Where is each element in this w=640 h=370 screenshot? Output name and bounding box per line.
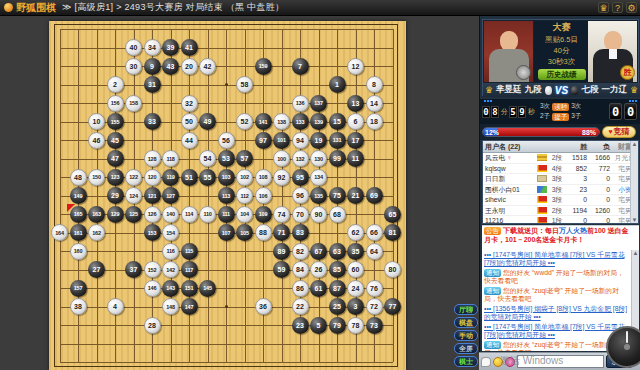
user-losses: 0 (589, 174, 612, 184)
black-stone-43: 43 (162, 58, 179, 75)
black-stone-59: 59 (273, 261, 290, 278)
white-stone-120: 120 (144, 169, 161, 186)
user-wins: 1518 (566, 153, 589, 163)
white-stone-62: 62 (347, 224, 364, 241)
table-header: 用户名 (22) 胜 负 财富 (483, 141, 638, 153)
time-digit: 0 (482, 106, 490, 118)
white-stone-148: 148 (162, 298, 179, 315)
black-stone-15: 15 (329, 113, 346, 130)
table-row[interactable]: sihevic3段00宅男 (483, 195, 638, 206)
byoyomi-right: 3次 (571, 102, 581, 111)
black-stone-89: 89 (273, 243, 290, 260)
white-stone-108: 108 (255, 169, 272, 186)
side-button-棋盘[interactable]: 棋盘 (454, 317, 478, 328)
black-stone-101: 101 (273, 132, 290, 149)
black-stone-161: 161 (70, 224, 87, 241)
white-stone-76: 76 (366, 280, 383, 297)
white-stone-56: 56 (218, 132, 235, 149)
topbar-icon-group: ♛ ? ⚙ (598, 2, 637, 13)
byoyomi-left: 3次 (540, 102, 550, 111)
black-stone-133: 133 (292, 113, 309, 130)
white-stone-icon (545, 86, 552, 95)
white-stone-84: 84 (292, 261, 309, 278)
white-stone-4: 4 (107, 298, 124, 315)
dots-decoration (629, 100, 637, 102)
user-losses: 0 (589, 185, 612, 195)
table-row[interactable]: 日日新3段30宅男 (483, 174, 638, 185)
announcement-text: 下载就送贝：每日 (503, 227, 559, 234)
white-stone-20: 20 (181, 58, 198, 75)
white-stone-114: 114 (181, 206, 198, 223)
black-stone-27: 27 (88, 261, 105, 278)
black-stone-79: 79 (329, 317, 346, 334)
table-row[interactable]: 王永明2段11941260宅男 (483, 206, 638, 217)
black-stone-17: 17 (347, 132, 364, 149)
black-stone-61: 61 (310, 280, 327, 297)
white-stone-90: 90 (310, 206, 327, 223)
black-stone-115: 115 (181, 243, 198, 260)
white-stone-12: 12 (347, 58, 364, 75)
flip-clock: 0 0 (609, 103, 637, 120)
black-stone-113: 113 (218, 187, 235, 204)
black-stone-117: 117 (181, 261, 198, 278)
avatar (609, 49, 617, 59)
black-stone-163: 163 (88, 206, 105, 223)
captures-left: 2子 (540, 112, 550, 121)
heart-icon: ♥ (608, 126, 612, 138)
black-stone-139: 139 (310, 113, 327, 130)
black-stone-77: 77 (384, 298, 401, 315)
white-player-rank: 九段 (525, 84, 542, 96)
black-stone-111: 111 (218, 206, 235, 223)
black-stone-29: 29 (107, 187, 124, 204)
byoyomi-rule: 30秒3次 (548, 56, 576, 67)
time-digit: 9 (518, 106, 526, 118)
white-stone-24: 24 (347, 280, 364, 297)
black-stone-31: 31 (144, 76, 161, 93)
settings-icon[interactable]: ⚙ (626, 2, 637, 13)
player-card: 大赛 黑贴6.5目 40分 30秒3次 历史战绩 胜 ♛ 芈昱廷 九段 VS 七… (482, 19, 639, 96)
chat-bubble-icon[interactable] (481, 357, 491, 367)
left-percent: 12% (485, 128, 499, 137)
captures-right: 3子 (571, 112, 581, 121)
black-stone-119: 119 (162, 169, 179, 186)
white-player-name: 芈昱廷 (496, 84, 522, 96)
announcement: 公告下载就送贝：每日万人火热前100 送白金月卡，101－200名送金卡月卡！ (482, 225, 639, 250)
white-stone-126: 126 (144, 206, 161, 223)
white-stone-102: 102 (236, 169, 253, 186)
white-stone-68: 68 (329, 206, 346, 223)
minutes-label: 分 (501, 107, 508, 117)
crown-icon: ♛ (630, 84, 638, 96)
byoyomi-capture-info: 3次 读秒 3次 2子 提子 3子 (540, 102, 581, 121)
chat-game-link[interactable]: ••• [1747号房间] 简单地幸福 [7段] VS 千层雪花 [7段]的竞猜… (484, 251, 630, 267)
black-player-rank: 七段 (581, 84, 598, 96)
black-stone-35: 35 (347, 243, 364, 260)
table-scrollbar[interactable]: ▲ ▼ (630, 141, 638, 223)
timer-knob[interactable] (606, 326, 640, 368)
black-stone-107: 107 (218, 224, 235, 241)
chat-game-link[interactable]: ••• [1356号房间] 烟袋子 [8段] VS 九齿金肥 [8段]的竞猜对局… (484, 305, 630, 321)
black-stone-141: 141 (255, 113, 272, 130)
flip-digit: 0 (609, 103, 622, 120)
flag-cell (535, 164, 548, 174)
col-flag (535, 141, 548, 152)
white-stone-78: 78 (347, 317, 364, 334)
black-stone-7: 7 (292, 58, 309, 75)
seconds-label: 秒 (528, 107, 535, 117)
black-player-photo: 胜 (588, 21, 637, 82)
side-button-全屏[interactable]: 全屏 (454, 343, 478, 354)
black-stone-123: 123 (107, 169, 124, 186)
user-rank: 3段 (548, 185, 566, 195)
black-stone-147: 147 (181, 298, 198, 315)
white-stone-140: 140 (162, 206, 179, 223)
user-rank: 2段 (548, 153, 566, 163)
black-stone-37: 37 (125, 261, 142, 278)
white-stone-132: 132 (292, 150, 309, 167)
black-stone-69: 69 (366, 187, 383, 204)
breadcrumb: ≫ [高级房1] > 2493号大赛房 对局结束 （黑 中盘胜） (62, 1, 284, 14)
user-name: 围棋小白01 (483, 185, 535, 195)
black-stone-155: 155 (107, 113, 124, 130)
user-wins: 0 (566, 195, 589, 205)
white-stone-48: 48 (70, 169, 87, 186)
table-row[interactable]: 112161段00宅男 (483, 216, 638, 224)
white-stone-110: 110 (199, 206, 216, 223)
black-stone-157: 157 (70, 280, 87, 297)
black-stone-137: 137 (310, 95, 327, 112)
white-stone-66: 66 (366, 224, 383, 241)
app-title: 野狐围棋 (16, 1, 56, 15)
dots-decoration (484, 100, 492, 102)
black-stone-67: 67 (310, 243, 327, 260)
black-stone-47: 47 (107, 150, 124, 167)
black-stone-75: 75 (329, 187, 346, 204)
spectator-table[interactable]: 用户名 (22) 胜 负 财富 风云电♀2段15181666月光族kqlsqw4… (482, 140, 639, 224)
black-stone-11: 11 (347, 150, 364, 167)
white-stone-36: 36 (255, 298, 272, 315)
black-stone-21: 21 (347, 187, 364, 204)
white-stone-34: 34 (144, 39, 161, 56)
white-stone-152: 152 (144, 261, 161, 278)
black-stone-95: 95 (292, 169, 309, 186)
black-stone-125: 125 (125, 206, 142, 223)
user-name: 11216 (483, 216, 535, 224)
notice-badge: 通知 (484, 287, 501, 295)
flag-cell (535, 185, 548, 195)
knob-hub (624, 344, 630, 350)
black-stone-149: 149 (70, 187, 87, 204)
black-stone-99: 99 (329, 150, 346, 167)
flag-icon (537, 175, 547, 182)
white-stone-112: 112 (236, 187, 253, 204)
black-stone-73: 73 (366, 317, 383, 334)
white-stone-44: 44 (181, 132, 198, 149)
user-name: kqlsqw (483, 164, 535, 174)
black-stone-45: 45 (107, 132, 124, 149)
time-digit: 5 (509, 106, 517, 118)
user-losses: 0 (589, 216, 612, 224)
white-stone-160: 160 (70, 243, 87, 260)
win-rate-meter: 12% 88% (482, 127, 600, 137)
announcement-highlight: 万人火热 (559, 227, 587, 234)
col-loss[interactable]: 负 (589, 141, 612, 152)
user-wins: 23 (566, 185, 589, 195)
chat-notice: 通知您的好友 “wwdd” 开始了一场新的对局，快去看看吧 (484, 269, 630, 285)
table-row[interactable]: 风云电♀2段15181666月光族 (483, 153, 638, 164)
flag-icon (537, 165, 547, 172)
flower-icon[interactable] (505, 357, 515, 367)
white-stone-2: 2 (107, 76, 124, 93)
white-stone-134: 134 (310, 169, 327, 186)
black-stone-151: 151 (181, 280, 198, 297)
black-stone-51: 51 (181, 169, 198, 186)
white-stone-86: 86 (292, 280, 309, 297)
white-stone-50: 50 (181, 113, 198, 130)
win-rate-bar-row: 12% 88% ♥ 竞猜 (480, 124, 640, 140)
white-stone-64: 64 (366, 243, 383, 260)
star-point (225, 305, 228, 308)
black-stone-57: 57 (236, 150, 253, 167)
chat-notice: 通知您的好友 “zuqi老弯” 开始了一场新的对局，快去看看吧 (484, 287, 630, 303)
white-stone-158: 158 (125, 95, 142, 112)
user-losses: 1666 (589, 153, 612, 163)
time-digit: 8 (491, 106, 499, 118)
user-wins: 1194 (566, 206, 589, 216)
avatar (500, 31, 518, 51)
black-stone-97: 97 (255, 132, 272, 149)
scroll-up-arrow[interactable]: ▲ (632, 141, 638, 147)
flag-icon (537, 207, 547, 214)
table-body: 风云电♀2段15181666月光族kqlsqw4段852772宅男日日新3段30… (483, 153, 638, 224)
white-stone-104: 104 (236, 206, 253, 223)
female-icon: ♀ (506, 154, 511, 161)
side-button-手动[interactable]: 手动 (454, 330, 478, 341)
chat-text-input[interactable] (517, 355, 604, 368)
col-win[interactable]: 胜 (566, 141, 589, 152)
flag-cell (535, 206, 548, 216)
user-losses: 772 (589, 164, 612, 174)
white-stone-32: 32 (181, 95, 198, 112)
black-stone-127: 127 (162, 187, 179, 204)
white-stone-14: 14 (366, 95, 383, 112)
user-wins: 0 (566, 216, 589, 224)
black-stone-81: 81 (384, 224, 401, 241)
flip-digit: 0 (624, 103, 637, 120)
black-stone-145: 145 (199, 280, 216, 297)
bet-button[interactable]: ♥ 竞猜 (602, 126, 636, 138)
user-wins: 852 (566, 164, 589, 174)
right-panel: 大赛 黑贴6.5目 40分 30秒3次 历史战绩 胜 ♛ 芈昱廷 九段 VS 七… (479, 16, 640, 370)
white-stone-30: 30 (125, 58, 142, 75)
white-stone-128: 128 (144, 150, 161, 167)
white-stone-146: 146 (144, 280, 161, 297)
black-stone-159: 159 (255, 58, 272, 75)
black-stone-135: 135 (310, 187, 327, 204)
user-rank: 1段 (548, 216, 566, 224)
last-move-marker (67, 204, 75, 212)
scroll-up-arrow[interactable]: ▲ (633, 250, 639, 256)
help-icon[interactable]: ? (612, 2, 623, 13)
white-stone-42: 42 (199, 58, 216, 75)
flag-icon (537, 217, 547, 224)
white-stone-58: 58 (236, 76, 253, 93)
match-type: 大赛 (553, 21, 571, 34)
white-stone-54: 54 (199, 150, 216, 167)
black-stone-83: 83 (292, 224, 309, 241)
user-losses: 0 (589, 195, 612, 205)
white-stone-28: 28 (144, 317, 161, 334)
white-stone-94: 94 (292, 132, 309, 149)
white-player-photo (484, 21, 533, 82)
grid-line (282, 29, 283, 362)
avatar (604, 31, 622, 51)
white-stone-122: 122 (125, 169, 142, 186)
clock-bar: 0 8 分 5 9 秒 3次 读秒 3次 2子 提子 3子 0 (480, 99, 640, 124)
announcement-badge: 公告 (484, 227, 501, 235)
black-stone-103: 103 (218, 169, 235, 186)
white-stone-106: 106 (255, 187, 272, 204)
user-wins: 3 (566, 174, 589, 184)
black-stone-87: 87 (329, 280, 346, 297)
black-stone-9: 9 (144, 58, 161, 75)
black-stone-109: 109 (255, 206, 272, 223)
black-stone-icon (571, 86, 578, 95)
black-stone-105: 105 (236, 224, 253, 241)
notice-badge: 通知 (484, 341, 501, 349)
black-stone-153: 153 (144, 224, 161, 241)
side-button-厅聊[interactable]: 厅聊 (454, 304, 478, 315)
flag-cell (535, 174, 548, 184)
white-stone-116: 116 (162, 243, 179, 260)
white-stone-80: 80 (384, 261, 401, 278)
black-stone-23: 23 (292, 317, 309, 334)
flag-cell (535, 153, 548, 163)
medal-icon (516, 65, 531, 80)
white-stone-22: 22 (292, 298, 309, 315)
table-row[interactable]: 围棋小白013段230小资 (483, 185, 638, 196)
white-stone-92: 92 (273, 169, 290, 186)
white-stone-96: 96 (292, 187, 309, 204)
white-stone-124: 124 (125, 187, 142, 204)
white-stone-118: 118 (162, 150, 179, 167)
scroll-down-arrow[interactable]: ▼ (632, 217, 638, 223)
white-stone-130: 130 (310, 150, 327, 167)
black-stone-129: 129 (107, 206, 124, 223)
user-name: 日日新 (483, 174, 535, 184)
user-rank: 3段 (548, 174, 566, 184)
white-stone-8: 8 (366, 76, 383, 93)
right-percent: 88% (582, 128, 596, 137)
side-button-棋士[interactable]: 棋士 (454, 356, 478, 367)
white-stone-72: 72 (366, 298, 383, 315)
white-stone-26: 26 (310, 261, 327, 278)
black-player-name: 一力辽 (601, 84, 627, 96)
user-rank: 4段 (548, 164, 566, 174)
black-stone-25: 25 (329, 298, 346, 315)
game-info-column: 大赛 黑贴6.5目 40分 30秒3次 历史战绩 (534, 21, 589, 82)
byoyomi-badge: 读秒 (552, 103, 569, 111)
flag-icon (537, 196, 547, 203)
black-stone-71: 71 (273, 224, 290, 241)
smiley-icon[interactable] (493, 357, 503, 367)
app-window: 野狐围棋 ≫ [高级房1] > 2493号大赛房 对局结束 （黑 中盘胜） ♛ … (0, 0, 640, 370)
knob-needle (626, 331, 628, 343)
white-stone-100: 100 (273, 150, 290, 167)
user-losses: 1260 (589, 206, 612, 216)
col-username[interactable]: 用户名 (22) (483, 141, 535, 152)
black-stone-49: 49 (199, 113, 216, 130)
white-stone-40: 40 (125, 39, 142, 56)
white-stone-60: 60 (347, 261, 364, 278)
black-stone-65: 65 (384, 206, 401, 223)
white-stone-154: 154 (162, 224, 179, 241)
black-stone-3: 3 (347, 298, 364, 315)
user-name: sihevic (483, 195, 535, 205)
white-stone-46: 46 (88, 132, 105, 149)
black-stone-5: 5 (310, 317, 327, 334)
white-stone-138: 138 (273, 113, 290, 130)
white-stone-74: 74 (273, 206, 290, 223)
white-stone-150: 150 (88, 169, 105, 186)
players-name-bar: ♛ 芈昱廷 九段 VS 七段 一力辽 ♛ (483, 83, 640, 97)
white-stone-142: 142 (162, 261, 179, 278)
grid-line (60, 344, 393, 345)
flag-icon (537, 186, 547, 193)
app-logo-icon (4, 3, 13, 12)
white-stone-10: 10 (88, 113, 105, 130)
go-board[interactable]: 4034394130943204215971223158181561583213… (49, 21, 406, 370)
black-stone-143: 143 (162, 280, 179, 297)
captures-badge: 提子 (552, 113, 569, 121)
side-button-stack: 厅聊棋盘手动全屏棋士 (454, 304, 478, 367)
grid-line (60, 362, 393, 363)
star-point (225, 83, 228, 86)
white-stone-156: 156 (107, 95, 124, 112)
flag-cell (535, 195, 548, 205)
black-stone-41: 41 (181, 39, 198, 56)
black-stone-121: 121 (144, 187, 161, 204)
white-stone-88: 88 (255, 224, 272, 241)
user-name: 王永明 (483, 206, 535, 216)
white-stone-164: 164 (51, 224, 68, 241)
white-stone-82: 82 (292, 243, 309, 260)
user-rank: 3段 (548, 195, 566, 205)
history-record-button[interactable]: 历史战绩 (538, 69, 586, 80)
komi: 黑贴6.5目 (545, 34, 578, 45)
crown-icon: ♛ (485, 84, 493, 96)
user-rank: 2段 (548, 206, 566, 216)
flag-cell (535, 216, 548, 224)
black-stone-131: 131 (329, 132, 346, 149)
black-stone-55: 55 (199, 169, 216, 186)
col-rank (548, 141, 566, 152)
table-row[interactable]: kqlsqw4段852772宅男 (483, 164, 638, 175)
white-stone-52: 52 (236, 113, 253, 130)
black-stone-53: 53 (218, 150, 235, 167)
black-stone-39: 39 (162, 39, 179, 56)
white-stone-38: 38 (70, 298, 87, 315)
bet-label: 竞猜 (614, 126, 630, 138)
flag-icon (537, 154, 547, 161)
wardrobe-icon[interactable]: ♛ (598, 2, 609, 13)
win-medal: 胜 (620, 65, 635, 80)
white-stone-136: 136 (292, 95, 309, 112)
black-stone-63: 63 (329, 243, 346, 260)
black-stone-33: 33 (144, 113, 161, 130)
white-stone-162: 162 (88, 224, 105, 241)
